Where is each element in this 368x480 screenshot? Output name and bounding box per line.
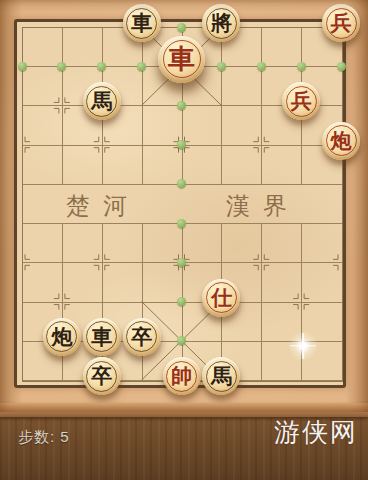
piece-character: 馬 (211, 365, 232, 387)
move-hint-dot[interactable] (177, 219, 186, 228)
piece-character: 兵 (331, 12, 352, 34)
piece-character: 卒 (131, 326, 152, 348)
board-cell[interactable] (63, 28, 103, 67)
board-cell[interactable] (183, 224, 223, 263)
board[interactable]: 楚河 漢界 車將兵車馬兵炮仕炮車卒卒帥馬 (0, 0, 368, 412)
piece-black-horse[interactable]: 馬 (202, 357, 240, 395)
piece-character: 帥 (171, 365, 192, 387)
watermark-logo: 游侠网 (274, 415, 358, 450)
piece-character: 車 (131, 12, 152, 34)
piece-character: 車 (91, 326, 112, 348)
piece-black-cannon[interactable]: 炮 (43, 318, 81, 356)
move-hint-dot[interactable] (97, 62, 106, 71)
piece-black-horse[interactable]: 馬 (83, 82, 121, 120)
board-cell[interactable] (302, 185, 342, 224)
board-cell[interactable] (222, 224, 262, 263)
piece-red-soldier[interactable]: 兵 (322, 4, 360, 42)
piece-character: 馬 (91, 90, 112, 112)
piece-character: 車 (168, 45, 195, 73)
piece-black-chariot[interactable]: 車 (123, 4, 161, 42)
board-cell[interactable] (103, 224, 143, 263)
board-cell[interactable] (23, 263, 63, 302)
board-cell[interactable] (183, 106, 223, 145)
board-cell[interactable] (143, 106, 183, 145)
board-cell[interactable] (302, 303, 342, 342)
board-cell[interactable] (63, 224, 103, 263)
board-cell[interactable] (262, 28, 302, 67)
piece-black-soldier[interactable]: 卒 (83, 357, 121, 395)
piece-black-soldier[interactable]: 卒 (123, 318, 161, 356)
board-cell[interactable] (143, 185, 183, 224)
piece-character: 將 (211, 12, 232, 34)
board-cell[interactable] (222, 106, 262, 145)
piece-character: 仕 (211, 287, 232, 309)
piece-character: 兵 (291, 90, 312, 112)
piece-character: 炮 (51, 326, 72, 348)
piece-red-advisor[interactable]: 仕 (202, 279, 240, 317)
board-cell[interactable] (143, 263, 183, 302)
move-hint-dot[interactable] (217, 62, 226, 71)
board-cell[interactable] (222, 67, 262, 106)
piece-red-general[interactable]: 帥 (163, 357, 201, 395)
xiangqi-app: 楚河 漢界 車將兵車馬兵炮仕炮車卒卒帥馬 步数: 5 游侠网 (0, 0, 368, 480)
move-counter-value: 5 (60, 428, 69, 445)
move-counter-label: 步数: (18, 428, 55, 445)
board-cell[interactable] (262, 263, 302, 302)
river-label-left: 楚河 (66, 191, 140, 221)
move-hint-dot[interactable] (177, 101, 186, 110)
move-hint-dot[interactable] (177, 23, 186, 32)
board-cell[interactable] (183, 185, 223, 224)
piece-red-cannon[interactable]: 炮 (322, 122, 360, 160)
board-cell[interactable] (262, 224, 302, 263)
board-cell[interactable] (262, 146, 302, 185)
board-cell[interactable] (143, 224, 183, 263)
piece-character: 炮 (331, 130, 352, 152)
piece-red-chariot[interactable]: 車 (158, 36, 205, 83)
board-cell[interactable] (143, 146, 183, 185)
board-cell[interactable] (183, 146, 223, 185)
piece-character: 卒 (91, 365, 112, 387)
piece-black-chariot[interactable]: 車 (83, 318, 121, 356)
board-cell[interactable] (302, 224, 342, 263)
status-bar: 步数: 5 游侠网 (0, 412, 368, 480)
board-edge-bevel (0, 403, 368, 417)
move-hint-dot[interactable] (177, 297, 186, 306)
river-label-right: 漢界 (226, 191, 300, 221)
board-cell[interactable] (262, 303, 302, 342)
move-counter: 步数: 5 (18, 428, 70, 447)
board-cell[interactable] (23, 146, 63, 185)
board-cell[interactable] (63, 146, 103, 185)
move-hint-dot[interactable] (297, 62, 306, 71)
move-hint-dot[interactable] (177, 258, 186, 267)
move-hint-dot[interactable] (137, 62, 146, 71)
board-cell[interactable] (23, 67, 63, 106)
board-cell[interactable] (63, 263, 103, 302)
board-cell[interactable] (23, 224, 63, 263)
board-cell[interactable] (222, 146, 262, 185)
board-cell[interactable] (23, 28, 63, 67)
board-cell[interactable] (23, 185, 63, 224)
move-hint-dot[interactable] (18, 62, 27, 71)
board-cell[interactable] (262, 342, 302, 381)
board-cell[interactable] (103, 263, 143, 302)
move-hint-dot[interactable] (337, 62, 346, 71)
move-hint-dot[interactable] (257, 62, 266, 71)
board-cell[interactable] (23, 106, 63, 145)
board-cell[interactable] (103, 146, 143, 185)
board-cell[interactable] (302, 263, 342, 302)
board-cell[interactable] (302, 342, 342, 381)
